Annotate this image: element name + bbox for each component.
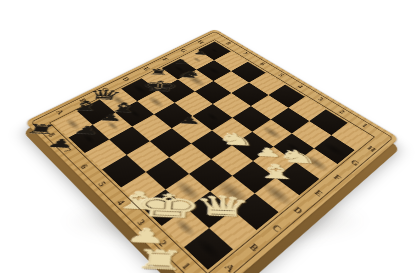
chess-photo-scene: AABBCCDDEEFFGGHH1122334455667788 ♜♟♝♚♛♝♟… [0,0,420,273]
rank-label-far-7: 7 [241,51,250,56]
file-label-near-a: A [222,261,237,273]
rank-label-near-6: 6 [78,163,90,171]
rank-label-near-4: 4 [115,198,128,207]
black-pawn-icon: ♟ [45,137,77,150]
file-label-far-f: F [160,57,170,62]
rank-label-far-8: 8 [224,41,232,46]
rank-label-far-1: 1 [360,122,369,129]
file-label-far-a: A [54,108,66,115]
black-pawn-icon: ♟ [97,112,124,123]
chess-board: AABBCCDDEEFFGGHH1122334455667788 ♜♟♝♚♛♝♟… [25,29,399,273]
file-label-near-e: E [312,189,324,199]
black-pawn-icon: ♟ [192,50,207,56]
black-bishop-icon: ♝ [67,99,105,113]
file-label-near-h: H [366,145,378,154]
rank-label-near-2: 2 [156,238,169,248]
black-pawn-icon: ♟ [72,124,101,136]
rank-label-near-7: 7 [62,147,74,155]
black-king-icon: ♚ [140,79,180,94]
rank-label-near-1: 1 [179,260,192,271]
black-pawn-icon: ♟ [173,59,190,65]
black-rook-icon: ♜ [147,68,170,77]
rank-label-far-3: 3 [316,96,325,102]
rank-label-far-6: 6 [258,61,267,66]
file-label-near-b: B [247,241,261,253]
rank-label-far-4: 4 [296,84,305,90]
file-label-near-c: C [270,222,284,233]
file-label-far-g: G [178,48,188,54]
black-pawn-icon: ♟ [176,116,201,127]
rank-label-near-5: 5 [96,180,108,189]
file-label-near-f: F [332,173,343,182]
black-rook-icon: ♜ [22,122,59,136]
rank-label-far-5: 5 [277,72,286,77]
rank-label-near-3: 3 [135,217,148,227]
white-knight-icon: ♞ [216,131,256,149]
file-label-near-d: D [292,205,305,216]
file-label-near-g: G [349,158,361,167]
file-label-far-h: H [196,39,206,44]
file-label-far-d: D [121,76,132,82]
rank-label-far-2: 2 [338,109,347,115]
